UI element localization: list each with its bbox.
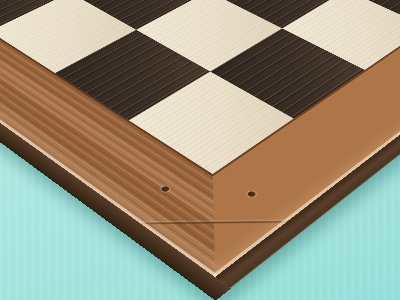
board-shadow — [0, 0, 400, 300]
squares-grid — [0, 0, 400, 174]
backdrop — [0, 0, 400, 300]
nail-pin — [247, 191, 257, 198]
chessboard — [0, 0, 400, 277]
nail-pin — [160, 186, 170, 193]
